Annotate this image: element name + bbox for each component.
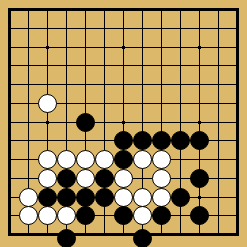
- black-stone-3-10: [57, 188, 76, 207]
- black-stone-7-12: [133, 229, 152, 247]
- white-stone-6-9: [114, 169, 133, 188]
- white-stone-4-9: [76, 169, 95, 188]
- white-stone-6-10: [114, 188, 133, 207]
- black-stone-2-10: [38, 188, 57, 207]
- black-stone-10-7: [190, 131, 209, 150]
- star-point-10-2: [198, 46, 201, 49]
- white-stone-7-8: [133, 150, 152, 169]
- white-stone-1-10: [19, 188, 38, 207]
- star-point-10-6: [198, 121, 201, 124]
- black-stone-6-7: [114, 131, 133, 150]
- star-point-2-2: [46, 46, 49, 49]
- black-stone-4-11: [76, 206, 95, 225]
- white-stone-3-8: [57, 150, 76, 169]
- black-stone-3-12: [57, 229, 76, 247]
- white-stone-2-9: [38, 169, 57, 188]
- black-stone-8-7: [152, 131, 171, 150]
- grid-line-vertical-12: [236, 8, 239, 236]
- white-stone-2-11: [38, 206, 57, 225]
- black-stone-3-9: [57, 169, 76, 188]
- white-stone-5-8: [95, 150, 114, 169]
- white-stone-4-8: [76, 150, 95, 169]
- black-stone-5-10: [95, 188, 114, 207]
- white-stone-3-11: [57, 206, 76, 225]
- star-point-6-2: [122, 46, 125, 49]
- white-stone-8-10: [152, 188, 171, 207]
- black-stone-9-10: [171, 188, 190, 207]
- star-point-6-6: [122, 121, 125, 124]
- black-stone-4-10: [76, 188, 95, 207]
- white-stone-7-11: [133, 206, 152, 225]
- black-stone-9-7: [171, 131, 190, 150]
- go-board[interactable]: [0, 0, 247, 247]
- white-stone-7-10: [133, 188, 152, 207]
- black-stone-6-11: [114, 206, 133, 225]
- white-stone-8-8: [152, 150, 171, 169]
- black-stone-4-6: [76, 113, 95, 132]
- black-stone-5-9: [95, 169, 114, 188]
- grid-line-vertical-11: [218, 8, 219, 236]
- black-stone-8-11: [152, 206, 171, 225]
- black-stone-6-8: [114, 150, 133, 169]
- white-stone-2-8: [38, 150, 57, 169]
- star-point-2-6: [46, 121, 49, 124]
- black-stone-7-7: [133, 131, 152, 150]
- white-stone-2-5: [38, 94, 57, 113]
- star-point-10-10: [198, 196, 201, 199]
- black-stone-10-9: [190, 169, 209, 188]
- grid-line-horizontal-12: [8, 233, 239, 236]
- white-stone-1-11: [19, 206, 38, 225]
- white-stone-8-9: [152, 169, 171, 188]
- black-stone-10-11: [190, 206, 209, 225]
